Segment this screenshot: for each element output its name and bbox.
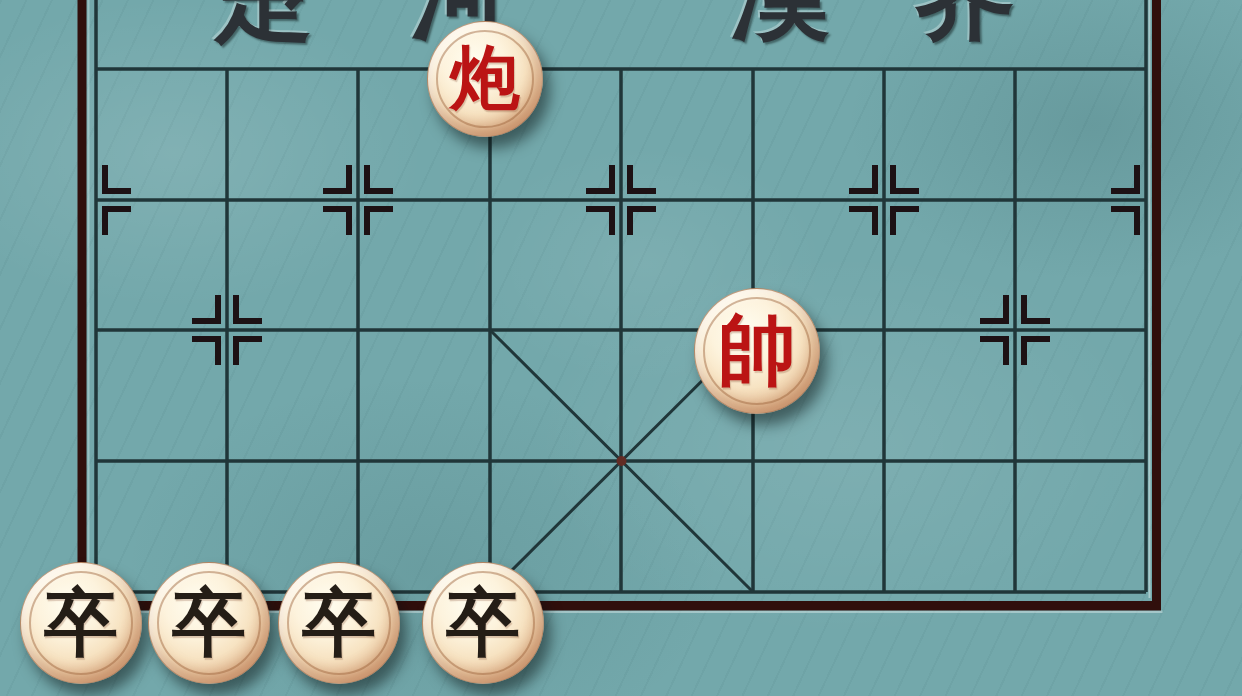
black-soldier-glyph: 卒 bbox=[44, 586, 118, 660]
piece-black-soldier-1[interactable]: 卒 bbox=[20, 562, 142, 684]
piece-red-general[interactable]: 帥 bbox=[694, 288, 820, 414]
xiangqi-board[interactable]: 楚 河 漢 界 bbox=[0, 0, 1242, 696]
black-soldier-glyph: 卒 bbox=[172, 586, 246, 660]
black-soldier-glyph: 卒 bbox=[302, 586, 376, 660]
palace-center-dot bbox=[617, 456, 627, 466]
red-cannon-glyph: 炮 bbox=[450, 44, 520, 114]
piece-black-soldier-2[interactable]: 卒 bbox=[148, 562, 270, 684]
piece-black-soldier-4[interactable]: 卒 bbox=[422, 562, 544, 684]
piece-red-cannon[interactable]: 炮 bbox=[427, 21, 543, 137]
red-general-glyph: 帥 bbox=[718, 312, 796, 390]
piece-black-soldier-3[interactable]: 卒 bbox=[278, 562, 400, 684]
black-soldier-glyph: 卒 bbox=[446, 586, 520, 660]
